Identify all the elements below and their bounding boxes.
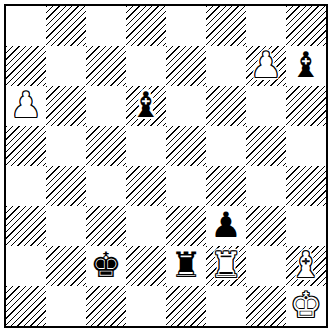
white-king[interactable]: ♚ [290, 286, 321, 325]
white-bishop[interactable]: ♝ [290, 246, 321, 285]
square-g8[interactable] [246, 6, 286, 46]
white-rook[interactable]: ♜ [210, 246, 241, 285]
square-d1[interactable] [126, 286, 166, 326]
square-h3[interactable] [286, 206, 326, 246]
square-d4[interactable] [126, 166, 166, 206]
square-b4[interactable] [46, 166, 86, 206]
square-a3[interactable] [6, 206, 46, 246]
chess-board: ♟♝♟♝♟♚♜♜♝♚ [4, 4, 328, 328]
square-g6[interactable] [246, 86, 286, 126]
square-e3[interactable] [166, 206, 206, 246]
square-g5[interactable] [246, 126, 286, 166]
square-e2[interactable]: ♜ [166, 246, 206, 286]
square-d7[interactable] [126, 46, 166, 86]
square-e8[interactable] [166, 6, 206, 46]
square-h2[interactable]: ♝ [286, 246, 326, 286]
square-c2[interactable]: ♚ [86, 246, 126, 286]
square-b1[interactable] [46, 286, 86, 326]
square-c8[interactable] [86, 6, 126, 46]
square-g1[interactable] [246, 286, 286, 326]
square-f8[interactable] [206, 6, 246, 46]
square-h6[interactable] [286, 86, 326, 126]
square-e4[interactable] [166, 166, 206, 206]
square-e1[interactable] [166, 286, 206, 326]
square-e5[interactable] [166, 126, 206, 166]
square-a7[interactable] [6, 46, 46, 86]
square-g4[interactable] [246, 166, 286, 206]
square-f4[interactable] [206, 166, 246, 206]
square-a4[interactable] [6, 166, 46, 206]
square-g3[interactable] [246, 206, 286, 246]
square-f6[interactable] [206, 86, 246, 126]
square-f5[interactable] [206, 126, 246, 166]
black-bishop[interactable]: ♝ [290, 46, 321, 85]
square-a5[interactable] [6, 126, 46, 166]
chess-diagram: ♟♝♟♝♟♚♜♜♝♚ [0, 0, 332, 332]
white-pawn[interactable]: ♟ [250, 46, 281, 85]
square-b2[interactable] [46, 246, 86, 286]
square-d5[interactable] [126, 126, 166, 166]
square-c5[interactable] [86, 126, 126, 166]
square-d2[interactable] [126, 246, 166, 286]
square-d8[interactable] [126, 6, 166, 46]
square-c4[interactable] [86, 166, 126, 206]
square-f1[interactable] [206, 286, 246, 326]
square-h5[interactable] [286, 126, 326, 166]
square-a8[interactable] [6, 6, 46, 46]
square-g7[interactable]: ♟ [246, 46, 286, 86]
square-h8[interactable] [286, 6, 326, 46]
square-b3[interactable] [46, 206, 86, 246]
square-g2[interactable] [246, 246, 286, 286]
black-king[interactable]: ♚ [90, 246, 121, 285]
white-pawn[interactable]: ♟ [10, 86, 41, 125]
square-a6[interactable]: ♟ [6, 86, 46, 126]
square-b7[interactable] [46, 46, 86, 86]
square-h4[interactable] [286, 166, 326, 206]
square-e6[interactable] [166, 86, 206, 126]
black-pawn[interactable]: ♟ [210, 206, 241, 245]
square-h1[interactable]: ♚ [286, 286, 326, 326]
square-f7[interactable] [206, 46, 246, 86]
square-b8[interactable] [46, 6, 86, 46]
square-d6[interactable]: ♝ [126, 86, 166, 126]
black-rook[interactable]: ♜ [170, 246, 201, 285]
square-f3[interactable]: ♟ [206, 206, 246, 246]
square-c7[interactable] [86, 46, 126, 86]
square-h7[interactable]: ♝ [286, 46, 326, 86]
square-b5[interactable] [46, 126, 86, 166]
square-d3[interactable] [126, 206, 166, 246]
black-bishop[interactable]: ♝ [130, 86, 161, 125]
square-a2[interactable] [6, 246, 46, 286]
square-c6[interactable] [86, 86, 126, 126]
square-b6[interactable] [46, 86, 86, 126]
square-c1[interactable] [86, 286, 126, 326]
square-f2[interactable]: ♜ [206, 246, 246, 286]
square-c3[interactable] [86, 206, 126, 246]
square-e7[interactable] [166, 46, 206, 86]
square-a1[interactable] [6, 286, 46, 326]
